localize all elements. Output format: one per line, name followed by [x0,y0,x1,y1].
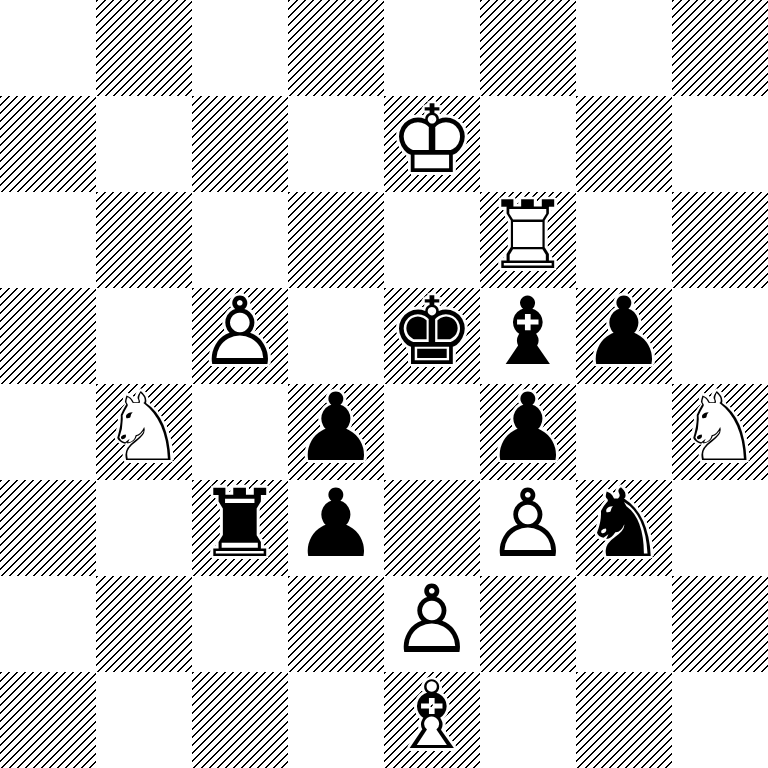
square-e7[interactable]: ♚♔ [384,96,480,192]
square-h1[interactable] [672,672,768,768]
piece-black-pawn[interactable]: ♟♟ [480,384,576,480]
square-e3[interactable] [384,480,480,576]
square-g5[interactable]: ♟♟ [576,288,672,384]
square-g1[interactable] [576,672,672,768]
square-c2[interactable] [192,576,288,672]
square-d4[interactable]: ♟♟ [288,384,384,480]
square-f5[interactable]: ♝♝ [480,288,576,384]
piece-outline-glyph: ♙ [486,477,570,571]
square-b1[interactable] [96,672,192,768]
square-c3[interactable]: ♜♜ [192,480,288,576]
piece-outline-glyph: ♞ [582,477,666,571]
square-c8[interactable] [192,0,288,96]
square-e8[interactable] [384,0,480,96]
square-f7[interactable] [480,96,576,192]
square-h2[interactable] [672,576,768,672]
square-h7[interactable] [672,96,768,192]
piece-outline-glyph: ♘ [678,381,762,475]
piece-outline-glyph: ♙ [198,285,282,379]
square-d2[interactable] [288,576,384,672]
piece-white-pawn[interactable]: ♟♙ [480,480,576,576]
piece-white-bishop[interactable]: ♝♗ [384,672,480,768]
piece-outline-glyph: ♗ [390,669,474,763]
piece-white-knight[interactable]: ♞♘ [96,384,192,480]
square-b5[interactable] [96,288,192,384]
square-f6[interactable]: ♜♖ [480,192,576,288]
piece-outline-glyph: ♘ [102,381,186,475]
piece-outline-glyph: ♟ [486,381,570,475]
square-h5[interactable] [672,288,768,384]
square-h6[interactable] [672,192,768,288]
piece-outline-glyph: ♟ [582,285,666,379]
piece-black-pawn[interactable]: ♟♟ [288,480,384,576]
square-b3[interactable] [96,480,192,576]
square-a3[interactable] [0,480,96,576]
piece-outline-glyph: ♙ [390,573,474,667]
square-f4[interactable]: ♟♟ [480,384,576,480]
piece-white-pawn[interactable]: ♟♙ [192,288,288,384]
square-d6[interactable] [288,192,384,288]
square-e6[interactable] [384,192,480,288]
piece-black-knight[interactable]: ♞♞ [576,480,672,576]
piece-outline-glyph: ♚ [390,285,474,379]
square-c7[interactable] [192,96,288,192]
square-g2[interactable] [576,576,672,672]
square-a7[interactable] [0,96,96,192]
square-b6[interactable] [96,192,192,288]
square-c5[interactable]: ♟♙ [192,288,288,384]
square-f1[interactable] [480,672,576,768]
square-d5[interactable] [288,288,384,384]
square-e2[interactable]: ♟♙ [384,576,480,672]
piece-outline-glyph: ♟ [294,477,378,571]
square-e1[interactable]: ♝♗ [384,672,480,768]
piece-black-king[interactable]: ♚♚ [384,288,480,384]
square-d1[interactable] [288,672,384,768]
square-h4[interactable]: ♞♘ [672,384,768,480]
square-a8[interactable] [0,0,96,96]
square-d8[interactable] [288,0,384,96]
piece-black-pawn[interactable]: ♟♟ [576,288,672,384]
piece-outline-glyph: ♔ [390,93,474,187]
square-g3[interactable]: ♞♞ [576,480,672,576]
square-a5[interactable] [0,288,96,384]
square-h3[interactable] [672,480,768,576]
square-c1[interactable] [192,672,288,768]
square-h8[interactable] [672,0,768,96]
piece-outline-glyph: ♖ [486,189,570,283]
square-e4[interactable] [384,384,480,480]
square-c6[interactable] [192,192,288,288]
square-f2[interactable] [480,576,576,672]
piece-black-bishop[interactable]: ♝♝ [480,288,576,384]
chess-board: ♚♔♜♖♟♙♚♚♝♝♟♟♞♘♟♟♟♟♞♘♜♜♟♟♟♙♞♞♟♙♝♗ [0,0,768,768]
piece-black-pawn[interactable]: ♟♟ [288,384,384,480]
piece-black-rook[interactable]: ♜♜ [192,480,288,576]
piece-white-king[interactable]: ♚♔ [384,96,480,192]
square-g6[interactable] [576,192,672,288]
square-g4[interactable] [576,384,672,480]
square-b7[interactable] [96,96,192,192]
piece-outline-glyph: ♝ [486,285,570,379]
square-a2[interactable] [0,576,96,672]
square-f3[interactable]: ♟♙ [480,480,576,576]
piece-outline-glyph: ♟ [294,381,378,475]
square-a1[interactable] [0,672,96,768]
square-a4[interactable] [0,384,96,480]
square-a6[interactable] [0,192,96,288]
square-b2[interactable] [96,576,192,672]
square-c4[interactable] [192,384,288,480]
piece-white-rook[interactable]: ♜♖ [480,192,576,288]
square-b8[interactable] [96,0,192,96]
square-d3[interactable]: ♟♟ [288,480,384,576]
square-f8[interactable] [480,0,576,96]
piece-white-knight[interactable]: ♞♘ [672,384,768,480]
square-b4[interactable]: ♞♘ [96,384,192,480]
square-g8[interactable] [576,0,672,96]
square-d7[interactable] [288,96,384,192]
square-e5[interactable]: ♚♚ [384,288,480,384]
piece-white-pawn[interactable]: ♟♙ [384,576,480,672]
square-g7[interactable] [576,96,672,192]
piece-outline-glyph: ♜ [198,477,282,571]
